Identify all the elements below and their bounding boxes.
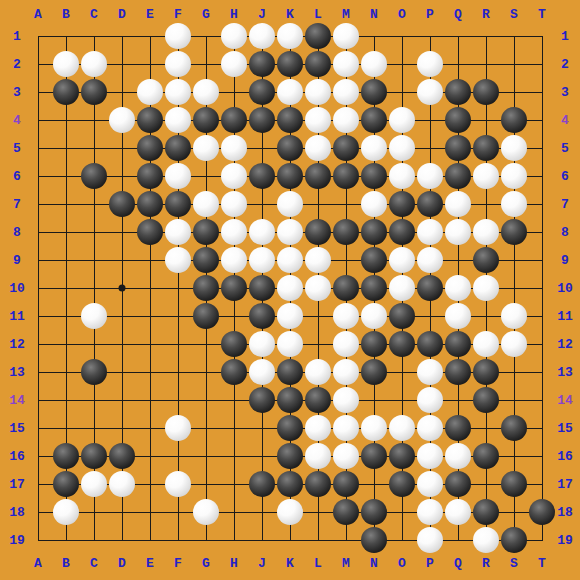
col-label-bottom-c: C bbox=[90, 557, 98, 570]
stone-black-l6 bbox=[305, 163, 331, 189]
stone-white-p3 bbox=[417, 79, 443, 105]
stone-white-m4 bbox=[333, 107, 359, 133]
stone-black-g9 bbox=[193, 247, 219, 273]
col-label-bottom-t: T bbox=[538, 557, 546, 570]
row-label-left-15: 15 bbox=[9, 422, 25, 435]
stone-white-h1 bbox=[221, 23, 247, 49]
stone-black-r13 bbox=[473, 359, 499, 385]
row-label-right-7: 7 bbox=[561, 198, 569, 211]
stone-white-c2 bbox=[81, 51, 107, 77]
row-label-right-14: 14 bbox=[557, 394, 573, 407]
stone-black-o11 bbox=[389, 303, 415, 329]
stone-white-p14 bbox=[417, 387, 443, 413]
row-label-right-15: 15 bbox=[557, 422, 573, 435]
stone-white-f9 bbox=[165, 247, 191, 273]
stone-black-j2 bbox=[249, 51, 275, 77]
row-label-right-4: 4 bbox=[561, 114, 569, 127]
stone-black-n16 bbox=[361, 443, 387, 469]
row-label-right-8: 8 bbox=[561, 226, 569, 239]
stone-black-l14 bbox=[305, 387, 331, 413]
row-label-left-12: 12 bbox=[9, 338, 25, 351]
col-label-top-j: J bbox=[258, 8, 266, 21]
stone-white-g3 bbox=[193, 79, 219, 105]
stone-white-n7 bbox=[361, 191, 387, 217]
stone-black-m10 bbox=[333, 275, 359, 301]
stone-white-l15 bbox=[305, 415, 331, 441]
stone-black-p7 bbox=[417, 191, 443, 217]
stone-white-b2 bbox=[53, 51, 79, 77]
stone-white-q8 bbox=[445, 219, 471, 245]
stone-white-m2 bbox=[333, 51, 359, 77]
col-label-top-g: G bbox=[202, 8, 210, 21]
stone-white-l9 bbox=[305, 247, 331, 273]
stone-black-l17 bbox=[305, 471, 331, 497]
stone-black-q15 bbox=[445, 415, 471, 441]
stone-black-n18 bbox=[361, 499, 387, 525]
stone-black-c6 bbox=[81, 163, 107, 189]
star-point-d10 bbox=[119, 285, 126, 292]
row-label-right-17: 17 bbox=[557, 478, 573, 491]
stone-black-m8 bbox=[333, 219, 359, 245]
stone-white-s5 bbox=[501, 135, 527, 161]
row-label-left-14: 14 bbox=[9, 394, 25, 407]
stone-white-m13 bbox=[333, 359, 359, 385]
stone-black-m5 bbox=[333, 135, 359, 161]
stone-white-o10 bbox=[389, 275, 415, 301]
stone-white-f8 bbox=[165, 219, 191, 245]
stone-white-s6 bbox=[501, 163, 527, 189]
stone-white-h6 bbox=[221, 163, 247, 189]
col-label-top-f: F bbox=[174, 8, 182, 21]
stone-white-h8 bbox=[221, 219, 247, 245]
stone-black-j10 bbox=[249, 275, 275, 301]
stone-white-f6 bbox=[165, 163, 191, 189]
stone-black-k13 bbox=[277, 359, 303, 385]
stone-black-q17 bbox=[445, 471, 471, 497]
stone-black-r14 bbox=[473, 387, 499, 413]
stone-white-r12 bbox=[473, 331, 499, 357]
stone-black-j17 bbox=[249, 471, 275, 497]
col-label-top-l: L bbox=[314, 8, 322, 21]
stone-white-r8 bbox=[473, 219, 499, 245]
row-label-right-2: 2 bbox=[561, 58, 569, 71]
stone-black-e7 bbox=[137, 191, 163, 217]
stone-black-g4 bbox=[193, 107, 219, 133]
col-label-bottom-m: M bbox=[342, 557, 350, 570]
stone-white-o4 bbox=[389, 107, 415, 133]
stone-white-j8 bbox=[249, 219, 275, 245]
stone-white-j12 bbox=[249, 331, 275, 357]
stone-black-r9 bbox=[473, 247, 499, 273]
col-label-top-o: O bbox=[398, 8, 406, 21]
stone-black-h12 bbox=[221, 331, 247, 357]
row-label-left-6: 6 bbox=[13, 170, 21, 183]
stone-white-f17 bbox=[165, 471, 191, 497]
row-label-right-19: 19 bbox=[557, 534, 573, 547]
stone-white-n11 bbox=[361, 303, 387, 329]
stone-black-d7 bbox=[109, 191, 135, 217]
stone-white-q16 bbox=[445, 443, 471, 469]
stone-white-q18 bbox=[445, 499, 471, 525]
stone-black-n3 bbox=[361, 79, 387, 105]
stone-white-p16 bbox=[417, 443, 443, 469]
stone-white-m11 bbox=[333, 303, 359, 329]
col-label-bottom-f: F bbox=[174, 557, 182, 570]
row-label-left-4: 4 bbox=[13, 114, 21, 127]
row-label-right-13: 13 bbox=[557, 366, 573, 379]
stone-white-m14 bbox=[333, 387, 359, 413]
stone-white-o9 bbox=[389, 247, 415, 273]
stone-black-e4 bbox=[137, 107, 163, 133]
row-label-left-2: 2 bbox=[13, 58, 21, 71]
stone-white-k12 bbox=[277, 331, 303, 357]
stone-black-j14 bbox=[249, 387, 275, 413]
stone-white-s12 bbox=[501, 331, 527, 357]
stone-black-j3 bbox=[249, 79, 275, 105]
stone-black-s15 bbox=[501, 415, 527, 441]
stone-black-j6 bbox=[249, 163, 275, 189]
stone-black-n13 bbox=[361, 359, 387, 385]
stone-white-p18 bbox=[417, 499, 443, 525]
row-label-left-13: 13 bbox=[9, 366, 25, 379]
stone-white-p2 bbox=[417, 51, 443, 77]
stone-black-q13 bbox=[445, 359, 471, 385]
col-label-bottom-b: B bbox=[62, 557, 70, 570]
row-label-right-6: 6 bbox=[561, 170, 569, 183]
stone-black-c16 bbox=[81, 443, 107, 469]
stone-black-f7 bbox=[165, 191, 191, 217]
stone-black-n12 bbox=[361, 331, 387, 357]
col-label-top-p: P bbox=[426, 8, 434, 21]
stone-white-p19 bbox=[417, 527, 443, 553]
stone-black-k16 bbox=[277, 443, 303, 469]
stone-white-r10 bbox=[473, 275, 499, 301]
stone-black-l8 bbox=[305, 219, 331, 245]
stone-white-j1 bbox=[249, 23, 275, 49]
stone-black-d16 bbox=[109, 443, 135, 469]
stone-black-g10 bbox=[193, 275, 219, 301]
stone-black-n19 bbox=[361, 527, 387, 553]
stone-black-k14 bbox=[277, 387, 303, 413]
col-label-bottom-e: E bbox=[146, 557, 154, 570]
col-label-top-c: C bbox=[90, 8, 98, 21]
stone-white-b18 bbox=[53, 499, 79, 525]
col-label-bottom-h: H bbox=[230, 557, 238, 570]
row-label-right-18: 18 bbox=[557, 506, 573, 519]
stone-black-l2 bbox=[305, 51, 331, 77]
col-label-bottom-n: N bbox=[370, 557, 378, 570]
col-label-top-b: B bbox=[62, 8, 70, 21]
stone-black-b17 bbox=[53, 471, 79, 497]
stone-black-c3 bbox=[81, 79, 107, 105]
stone-black-f5 bbox=[165, 135, 191, 161]
stone-black-r5 bbox=[473, 135, 499, 161]
stone-white-l13 bbox=[305, 359, 331, 385]
stone-white-g5 bbox=[193, 135, 219, 161]
stone-black-q3 bbox=[445, 79, 471, 105]
stone-black-r16 bbox=[473, 443, 499, 469]
stone-black-k5 bbox=[277, 135, 303, 161]
stone-black-m17 bbox=[333, 471, 359, 497]
stone-white-l16 bbox=[305, 443, 331, 469]
stone-white-l5 bbox=[305, 135, 331, 161]
stone-black-q4 bbox=[445, 107, 471, 133]
stone-black-r18 bbox=[473, 499, 499, 525]
stone-black-b16 bbox=[53, 443, 79, 469]
stone-white-p17 bbox=[417, 471, 443, 497]
stone-white-m12 bbox=[333, 331, 359, 357]
row-label-left-3: 3 bbox=[13, 86, 21, 99]
stone-white-p9 bbox=[417, 247, 443, 273]
stone-black-o16 bbox=[389, 443, 415, 469]
stone-white-k9 bbox=[277, 247, 303, 273]
stone-white-h7 bbox=[221, 191, 247, 217]
col-label-top-h: H bbox=[230, 8, 238, 21]
stone-black-m18 bbox=[333, 499, 359, 525]
stone-black-l1 bbox=[305, 23, 331, 49]
go-board[interactable]: AABBCCDDEEFFGGHHJJKKLLMMNNOOPPQQRRSSTT11… bbox=[0, 0, 580, 580]
row-label-left-18: 18 bbox=[9, 506, 25, 519]
stone-white-k10 bbox=[277, 275, 303, 301]
stone-white-k18 bbox=[277, 499, 303, 525]
stone-white-l4 bbox=[305, 107, 331, 133]
stone-black-o8 bbox=[389, 219, 415, 245]
col-label-bottom-g: G bbox=[202, 557, 210, 570]
stone-white-m1 bbox=[333, 23, 359, 49]
stone-white-d17 bbox=[109, 471, 135, 497]
stone-black-p12 bbox=[417, 331, 443, 357]
col-label-bottom-j: J bbox=[258, 557, 266, 570]
stone-white-l10 bbox=[305, 275, 331, 301]
row-label-right-5: 5 bbox=[561, 142, 569, 155]
col-label-top-a: A bbox=[34, 8, 42, 21]
stone-white-g7 bbox=[193, 191, 219, 217]
stone-black-g11 bbox=[193, 303, 219, 329]
row-label-left-8: 8 bbox=[13, 226, 21, 239]
stone-white-k11 bbox=[277, 303, 303, 329]
stone-black-e6 bbox=[137, 163, 163, 189]
col-label-bottom-p: P bbox=[426, 557, 434, 570]
stone-white-f2 bbox=[165, 51, 191, 77]
row-label-left-7: 7 bbox=[13, 198, 21, 211]
col-label-bottom-s: S bbox=[510, 557, 518, 570]
stone-white-c11 bbox=[81, 303, 107, 329]
stone-white-j13 bbox=[249, 359, 275, 385]
stone-white-o5 bbox=[389, 135, 415, 161]
stone-white-s7 bbox=[501, 191, 527, 217]
row-label-left-17: 17 bbox=[9, 478, 25, 491]
stone-black-o17 bbox=[389, 471, 415, 497]
stone-white-q7 bbox=[445, 191, 471, 217]
row-label-right-9: 9 bbox=[561, 254, 569, 267]
stone-black-k15 bbox=[277, 415, 303, 441]
stone-white-p15 bbox=[417, 415, 443, 441]
stone-black-b3 bbox=[53, 79, 79, 105]
stone-white-k1 bbox=[277, 23, 303, 49]
stone-white-e3 bbox=[137, 79, 163, 105]
stone-black-j4 bbox=[249, 107, 275, 133]
row-label-left-16: 16 bbox=[9, 450, 25, 463]
stone-white-r19 bbox=[473, 527, 499, 553]
col-label-top-t: T bbox=[538, 8, 546, 21]
stone-black-k6 bbox=[277, 163, 303, 189]
stone-white-h5 bbox=[221, 135, 247, 161]
stone-white-f4 bbox=[165, 107, 191, 133]
row-label-left-9: 9 bbox=[13, 254, 21, 267]
row-label-right-16: 16 bbox=[557, 450, 573, 463]
stone-black-r3 bbox=[473, 79, 499, 105]
stone-white-m15 bbox=[333, 415, 359, 441]
stone-black-g8 bbox=[193, 219, 219, 245]
row-label-left-19: 19 bbox=[9, 534, 25, 547]
col-label-top-d: D bbox=[118, 8, 126, 21]
stone-black-n8 bbox=[361, 219, 387, 245]
row-label-left-5: 5 bbox=[13, 142, 21, 155]
stone-white-k8 bbox=[277, 219, 303, 245]
stone-black-c13 bbox=[81, 359, 107, 385]
row-label-right-11: 11 bbox=[557, 310, 573, 323]
stone-black-m6 bbox=[333, 163, 359, 189]
stone-black-h4 bbox=[221, 107, 247, 133]
col-label-bottom-o: O bbox=[398, 557, 406, 570]
stone-black-e5 bbox=[137, 135, 163, 161]
stone-white-q11 bbox=[445, 303, 471, 329]
col-label-bottom-a: A bbox=[34, 557, 42, 570]
stone-white-f1 bbox=[165, 23, 191, 49]
stone-black-s17 bbox=[501, 471, 527, 497]
stone-white-m16 bbox=[333, 443, 359, 469]
stone-black-e8 bbox=[137, 219, 163, 245]
stone-white-o15 bbox=[389, 415, 415, 441]
stone-black-j11 bbox=[249, 303, 275, 329]
row-label-left-11: 11 bbox=[9, 310, 25, 323]
stone-white-p8 bbox=[417, 219, 443, 245]
col-label-bottom-q: Q bbox=[454, 557, 462, 570]
stone-white-r6 bbox=[473, 163, 499, 189]
stone-white-q10 bbox=[445, 275, 471, 301]
stone-white-f3 bbox=[165, 79, 191, 105]
col-label-top-e: E bbox=[146, 8, 154, 21]
stone-white-f15 bbox=[165, 415, 191, 441]
stone-white-j9 bbox=[249, 247, 275, 273]
stone-black-k4 bbox=[277, 107, 303, 133]
stone-black-o12 bbox=[389, 331, 415, 357]
stone-white-n15 bbox=[361, 415, 387, 441]
col-label-top-k: K bbox=[286, 8, 294, 21]
stone-white-h2 bbox=[221, 51, 247, 77]
stone-white-d4 bbox=[109, 107, 135, 133]
col-label-top-s: S bbox=[510, 8, 518, 21]
stone-black-n9 bbox=[361, 247, 387, 273]
stone-white-m3 bbox=[333, 79, 359, 105]
row-label-right-3: 3 bbox=[561, 86, 569, 99]
col-label-top-r: R bbox=[482, 8, 490, 21]
row-label-left-10: 10 bbox=[9, 282, 25, 295]
col-label-top-q: Q bbox=[454, 8, 462, 21]
stone-black-n4 bbox=[361, 107, 387, 133]
col-label-bottom-k: K bbox=[286, 557, 294, 570]
stone-white-k7 bbox=[277, 191, 303, 217]
col-label-bottom-r: R bbox=[482, 557, 490, 570]
col-label-bottom-l: L bbox=[314, 557, 322, 570]
stone-black-h10 bbox=[221, 275, 247, 301]
stone-black-q6 bbox=[445, 163, 471, 189]
stone-black-k17 bbox=[277, 471, 303, 497]
stone-black-o7 bbox=[389, 191, 415, 217]
stone-black-s8 bbox=[501, 219, 527, 245]
stone-white-n2 bbox=[361, 51, 387, 77]
stone-white-o6 bbox=[389, 163, 415, 189]
stone-black-q5 bbox=[445, 135, 471, 161]
stone-white-s11 bbox=[501, 303, 527, 329]
col-label-bottom-d: D bbox=[118, 557, 126, 570]
stone-black-h13 bbox=[221, 359, 247, 385]
stone-white-p13 bbox=[417, 359, 443, 385]
stone-black-q12 bbox=[445, 331, 471, 357]
row-label-right-1: 1 bbox=[561, 30, 569, 43]
row-label-right-12: 12 bbox=[557, 338, 573, 351]
stone-white-h9 bbox=[221, 247, 247, 273]
stone-black-t18 bbox=[529, 499, 555, 525]
stone-white-c17 bbox=[81, 471, 107, 497]
stone-black-p10 bbox=[417, 275, 443, 301]
stone-white-n5 bbox=[361, 135, 387, 161]
stone-black-n6 bbox=[361, 163, 387, 189]
stone-white-g18 bbox=[193, 499, 219, 525]
col-label-top-m: M bbox=[342, 8, 350, 21]
row-label-right-10: 10 bbox=[557, 282, 573, 295]
stone-white-p6 bbox=[417, 163, 443, 189]
stone-white-k3 bbox=[277, 79, 303, 105]
stone-black-s4 bbox=[501, 107, 527, 133]
stone-black-s19 bbox=[501, 527, 527, 553]
row-label-left-1: 1 bbox=[13, 30, 21, 43]
stone-black-n10 bbox=[361, 275, 387, 301]
stone-black-k2 bbox=[277, 51, 303, 77]
col-label-top-n: N bbox=[370, 8, 378, 21]
stone-white-l3 bbox=[305, 79, 331, 105]
